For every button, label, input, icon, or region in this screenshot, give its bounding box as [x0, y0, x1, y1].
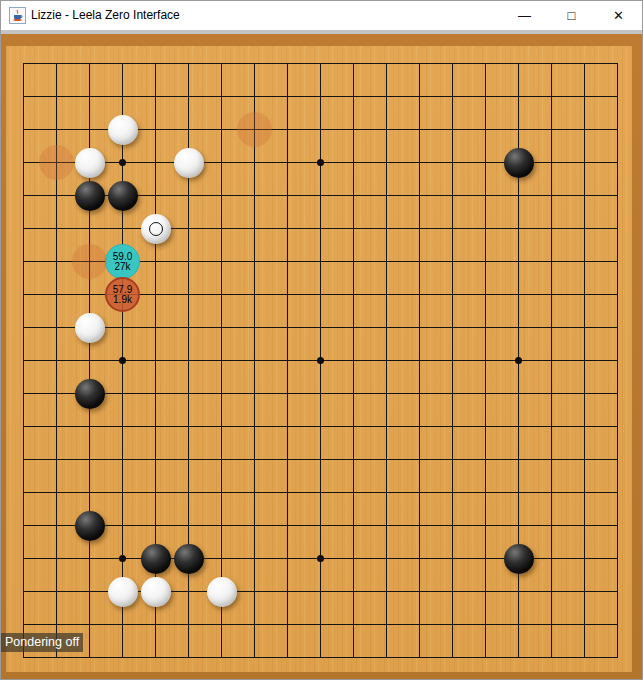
- window-controls: — □ ✕: [501, 1, 642, 30]
- maximize-button[interactable]: □: [548, 1, 595, 30]
- stone-white-F16: [174, 148, 204, 178]
- title-bar[interactable]: Lizzie - Leela Zero Interface — □ ✕: [1, 1, 642, 30]
- candidate-move-D12[interactable]: 57.91.9k: [105, 277, 140, 312]
- candidate-visits: 27k: [114, 262, 130, 272]
- stone-white-D3: [108, 577, 138, 607]
- lizzie-window: Lizzie - Leela Zero Interface — □ ✕ Pond…: [0, 0, 643, 680]
- candidate-winrate: 57.9: [113, 285, 132, 295]
- stone-white-G3: [207, 577, 237, 607]
- java-app-icon: [9, 7, 26, 24]
- candidate-visits: 1.9k: [113, 295, 132, 305]
- candidate-move-D13[interactable]: 59.027k: [105, 244, 140, 279]
- stone-black-Q16: [504, 148, 534, 178]
- stone-black-E4: [141, 544, 171, 574]
- candidate-move-H17[interactable]: [237, 112, 272, 147]
- stone-white-E3: [141, 577, 171, 607]
- candidate-winrate: 59.0: [113, 252, 132, 262]
- stone-black-C15: [75, 181, 105, 211]
- star-point-D4: [119, 555, 126, 562]
- star-point-Q10: [515, 357, 522, 364]
- stone-black-C9: [75, 379, 105, 409]
- star-point-D10: [119, 357, 126, 364]
- minimize-button[interactable]: —: [501, 1, 548, 30]
- stone-black-C5: [75, 511, 105, 541]
- close-button[interactable]: ✕: [595, 1, 642, 30]
- stone-black-Q4: [504, 544, 534, 574]
- stone-white-C16: [75, 148, 105, 178]
- candidate-move-B16[interactable]: [39, 145, 74, 180]
- star-point-K4: [317, 555, 324, 562]
- window-title: Lizzie - Leela Zero Interface: [31, 1, 180, 30]
- stone-black-F4: [174, 544, 204, 574]
- stone-black-D15: [108, 181, 138, 211]
- star-point-K10: [317, 357, 324, 364]
- pondering-status: Pondering off: [1, 633, 83, 652]
- stone-white-C11: [75, 313, 105, 343]
- stone-white-D17: [108, 115, 138, 145]
- last-move-marker: [149, 222, 163, 236]
- star-point-D16: [119, 159, 126, 166]
- star-point-K16: [317, 159, 324, 166]
- candidate-move-C13[interactable]: [72, 244, 107, 279]
